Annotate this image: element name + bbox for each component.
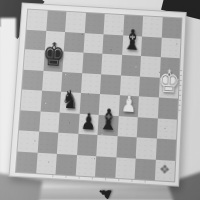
square-b1 [36,152,57,174]
piece-black-king-b6: ♚ [38,37,69,71]
photo-canvas: ❖♚♝♞♟♝♚♟ ♟ [0,0,200,200]
piece-black-bishop-f7: ♝ [119,26,146,56]
square-d7 [83,33,104,54]
dust-specks-light [23,3,24,4]
square-c1 [55,153,76,175]
square-h4 [157,97,177,119]
square-h3 [156,118,177,140]
square-a1 [16,151,37,173]
square-g4 [138,96,159,118]
square-d2 [77,134,98,156]
square-a3 [19,110,40,132]
square-g3 [137,117,158,139]
square-e6 [101,54,122,75]
square-a5 [22,69,43,90]
square-e2 [96,135,117,157]
square-f6 [121,55,141,76]
square-h8 [161,17,181,38]
square-a8 [27,10,48,31]
square-d8 [84,13,104,34]
square-a2 [18,130,39,152]
square-b2 [37,132,58,154]
square-e1 [95,156,116,178]
square-h2 [155,139,176,161]
square-g2 [136,137,157,159]
square-b3 [39,111,60,133]
square-e5 [100,74,121,95]
square-d1 [75,155,96,177]
square-a4 [21,89,42,111]
square-d6 [82,53,103,74]
square-b8 [46,11,67,32]
square-g1 [135,158,156,180]
board-ornament-h1: ❖ [157,162,172,177]
square-f1 [115,157,136,179]
board-squares: ❖♚♝♞♟♝♚♟ [16,10,181,182]
square-c3 [58,112,79,134]
square-h7 [160,37,180,58]
captured-piece-off-board: ♟ [94,184,116,200]
piece-black-knight-c4: ♞ [58,86,83,112]
square-c2 [57,133,78,155]
square-d5 [80,73,101,94]
square-c8 [65,12,85,33]
chess-board: ❖♚♝♞♟♝♚♟ [9,2,187,186]
piece-white-pawn-f4: ♟ [118,92,140,116]
square-f2 [116,136,137,158]
